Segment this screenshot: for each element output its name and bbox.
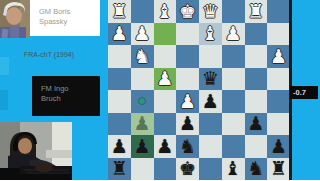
board-square-e1[interactable]: ♚ (176, 0, 199, 23)
board-square-h7[interactable]: ♟ (108, 135, 131, 158)
player-photo-spassky (0, 0, 30, 38)
board-square-a7[interactable]: ♟ (267, 135, 290, 158)
piece-wP: ♟ (179, 92, 196, 111)
board-square-h4[interactable] (108, 68, 131, 91)
piece-wP: ♟ (270, 47, 287, 66)
player-name-bottom-line1: FM Ingo (41, 84, 100, 94)
piece-bN: ♞ (247, 159, 264, 178)
board-square-d8[interactable] (199, 158, 222, 181)
board-square-e4[interactable] (176, 68, 199, 91)
piece-bP: ♟ (179, 114, 196, 133)
board-square-c7[interactable] (222, 135, 245, 158)
board-square-h1[interactable]: ♜ (108, 0, 131, 23)
player-name-top-line2: Spassky (39, 17, 100, 27)
board-square-c2[interactable]: ♟ (222, 23, 245, 46)
board-square-f6[interactable] (154, 113, 177, 136)
piece-wQ: ♛ (202, 2, 219, 21)
board-square-h5[interactable] (108, 90, 131, 113)
board-square-e8[interactable]: ♚ (176, 158, 199, 181)
board-square-b7[interactable] (245, 135, 268, 158)
piece-bP: ♟ (247, 114, 264, 133)
piece-bP: ♟ (202, 92, 219, 111)
board-square-b4[interactable] (245, 68, 268, 91)
piece-wR: ♜ (247, 2, 264, 21)
piece-wN: ♞ (134, 47, 151, 66)
board-square-g2[interactable]: ♟ (131, 23, 154, 46)
board-square-e6[interactable]: ♟ (176, 113, 199, 136)
engine-eval-badge: -0.7 (290, 86, 318, 99)
board-square-b1[interactable]: ♜ (245, 0, 268, 23)
board-square-g8[interactable] (131, 158, 154, 181)
piece-bB: ♝ (225, 159, 242, 178)
piece-bP: ♟ (134, 137, 151, 156)
board-square-c1[interactable] (222, 0, 245, 23)
board-square-a5[interactable] (267, 90, 290, 113)
piece-bQ: ♛ (202, 69, 219, 88)
piece-wP: ♟ (134, 24, 151, 43)
board-square-f5[interactable] (154, 90, 177, 113)
background-patch (0, 90, 8, 110)
board-square-d2[interactable]: ♝ (199, 23, 222, 46)
portrait-illustration (0, 0, 30, 38)
board-square-a6[interactable] (267, 113, 290, 136)
webcam-illustration (0, 122, 72, 180)
board-square-b3[interactable] (245, 45, 268, 68)
piece-bN: ♞ (179, 137, 196, 156)
board-square-h3[interactable] (108, 45, 131, 68)
board-square-a4[interactable] (267, 68, 290, 91)
board-square-h6[interactable] (108, 113, 131, 136)
board-square-g1[interactable] (131, 0, 154, 23)
board-square-g4[interactable] (131, 68, 154, 91)
piece-bP-ghost: ♟ (134, 114, 151, 133)
piece-bP: ♟ (270, 137, 287, 156)
board-square-c8[interactable]: ♝ (222, 158, 245, 181)
piece-wP: ♟ (225, 24, 242, 43)
piece-wP: ♟ (111, 24, 128, 43)
board-square-f1[interactable]: ♝ (154, 0, 177, 23)
board-square-g7[interactable]: ♟ (131, 135, 154, 158)
board-square-d6[interactable] (199, 113, 222, 136)
piece-bP: ♟ (111, 137, 128, 156)
board-square-f8[interactable] (154, 158, 177, 181)
board-square-d3[interactable] (199, 45, 222, 68)
piece-wB: ♝ (156, 2, 173, 21)
board-square-h8[interactable]: ♜ (108, 158, 131, 181)
chess-board[interactable]: ♜♝♚♛♜♟♟♝♟♞♟♟♛♟♟♟♟♟♟♟♟♞♟♜♚♝♞♜ (108, 0, 290, 180)
webcam-commentator (0, 122, 72, 180)
player-name-top-line1: GM Boris (39, 7, 100, 17)
board-square-c5[interactable] (222, 90, 245, 113)
board-square-d1[interactable]: ♛ (199, 0, 222, 23)
board-square-e2[interactable] (176, 23, 199, 46)
board-square-g5[interactable] (131, 90, 154, 113)
piece-bP: ♟ (156, 137, 173, 156)
player-name-bottom: FM Ingo Bruch (32, 76, 100, 116)
board-square-f7[interactable]: ♟ (154, 135, 177, 158)
board-square-f3[interactable] (154, 45, 177, 68)
board-square-b8[interactable]: ♞ (245, 158, 268, 181)
board-square-c6[interactable] (222, 113, 245, 136)
video-frame: GM Boris Spassky FRA-chT (1994) FM Ingo … (0, 0, 320, 180)
board-square-d7[interactable] (199, 135, 222, 158)
player-name-bottom-line2: Bruch (41, 94, 100, 104)
board-square-e5[interactable]: ♟ (176, 90, 199, 113)
board-square-c4[interactable] (222, 68, 245, 91)
board-square-a3[interactable]: ♟ (267, 45, 290, 68)
board-square-b6[interactable]: ♟ (245, 113, 268, 136)
board-square-e7[interactable]: ♞ (176, 135, 199, 158)
board-square-a1[interactable] (267, 0, 290, 23)
board-square-d5[interactable]: ♟ (199, 90, 222, 113)
board-square-b5[interactable] (245, 90, 268, 113)
piece-bR: ♜ (270, 159, 287, 178)
board-square-a8[interactable]: ♜ (267, 158, 290, 181)
piece-wK: ♚ (179, 2, 196, 21)
board-square-c3[interactable] (222, 45, 245, 68)
piece-wR: ♜ (111, 2, 128, 21)
piece-wB: ♝ (202, 24, 219, 43)
player-name-top: GM Boris Spassky (30, 0, 100, 36)
board-square-g3[interactable]: ♞ (131, 45, 154, 68)
background-patch (0, 57, 9, 75)
piece-wP: ♟ (156, 69, 173, 88)
board-square-d4[interactable]: ♛ (199, 68, 222, 91)
board-square-h2[interactable]: ♟ (108, 23, 131, 46)
board-square-b2[interactable] (245, 23, 268, 46)
board-square-f2[interactable] (154, 23, 177, 46)
piece-bR: ♜ (111, 159, 128, 178)
piece-bK: ♚ (179, 159, 196, 178)
board-square-f4[interactable]: ♟ (154, 68, 177, 91)
event-title: FRA-chT (1994) (24, 51, 104, 58)
board-square-e3[interactable] (176, 45, 199, 68)
board-square-a2[interactable] (267, 23, 290, 46)
board-square-g6[interactable]: ♟ (131, 113, 154, 136)
